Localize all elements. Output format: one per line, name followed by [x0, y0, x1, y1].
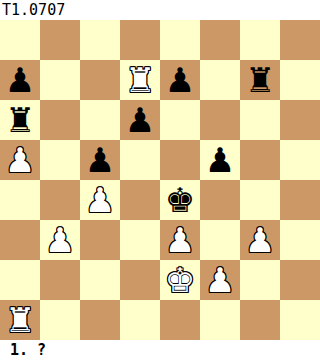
square-g1[interactable]	[240, 300, 280, 340]
square-h4[interactable]	[280, 180, 320, 220]
black-pawn: ♟	[165, 60, 195, 100]
square-e5[interactable]	[160, 140, 200, 180]
square-d3[interactable]	[120, 220, 160, 260]
chess-board: ♟♜♟♜♜♟♟♟♟♟♚♟♟♟♚♟♜	[0, 20, 320, 340]
black-pawn: ♟	[5, 60, 35, 100]
square-c6[interactable]	[80, 100, 120, 140]
square-e8[interactable]	[160, 20, 200, 60]
square-e7[interactable]: ♟	[160, 60, 200, 100]
black-pawn: ♟	[125, 100, 155, 140]
white-rook: ♜	[125, 60, 155, 100]
square-g6[interactable]	[240, 100, 280, 140]
square-c7[interactable]	[80, 60, 120, 100]
square-d1[interactable]	[120, 300, 160, 340]
square-a3[interactable]	[0, 220, 40, 260]
square-h1[interactable]	[280, 300, 320, 340]
square-a4[interactable]	[0, 180, 40, 220]
square-d5[interactable]	[120, 140, 160, 180]
black-rook: ♜	[5, 100, 35, 140]
white-pawn: ♟	[165, 220, 195, 260]
white-pawn: ♟	[85, 180, 115, 220]
square-b3[interactable]: ♟	[40, 220, 80, 260]
square-c2[interactable]	[80, 260, 120, 300]
white-pawn: ♟	[5, 140, 35, 180]
move-prompt: 1. ?	[0, 340, 320, 360]
square-a5[interactable]: ♟	[0, 140, 40, 180]
square-a2[interactable]	[0, 260, 40, 300]
square-d2[interactable]	[120, 260, 160, 300]
square-f5[interactable]: ♟	[200, 140, 240, 180]
square-f1[interactable]	[200, 300, 240, 340]
square-d6[interactable]: ♟	[120, 100, 160, 140]
black-rook: ♜	[245, 60, 275, 100]
square-f8[interactable]	[200, 20, 240, 60]
square-g7[interactable]: ♜	[240, 60, 280, 100]
square-b4[interactable]	[40, 180, 80, 220]
square-h3[interactable]	[280, 220, 320, 260]
square-a1[interactable]: ♜	[0, 300, 40, 340]
square-a8[interactable]	[0, 20, 40, 60]
square-d8[interactable]	[120, 20, 160, 60]
square-e6[interactable]	[160, 100, 200, 140]
square-b5[interactable]	[40, 140, 80, 180]
square-c3[interactable]	[80, 220, 120, 260]
square-b2[interactable]	[40, 260, 80, 300]
white-pawn: ♟	[205, 260, 235, 300]
black-pawn: ♟	[85, 140, 115, 180]
square-h2[interactable]	[280, 260, 320, 300]
square-c1[interactable]	[80, 300, 120, 340]
black-king: ♚	[165, 180, 195, 220]
square-h6[interactable]	[280, 100, 320, 140]
square-b6[interactable]	[40, 100, 80, 140]
square-e1[interactable]	[160, 300, 200, 340]
white-rook: ♜	[5, 300, 35, 340]
square-a7[interactable]: ♟	[0, 60, 40, 100]
square-g5[interactable]	[240, 140, 280, 180]
square-d4[interactable]	[120, 180, 160, 220]
square-f7[interactable]	[200, 60, 240, 100]
square-c5[interactable]: ♟	[80, 140, 120, 180]
square-h5[interactable]	[280, 140, 320, 180]
square-g3[interactable]: ♟	[240, 220, 280, 260]
puzzle-id: T1.0707	[0, 0, 320, 20]
square-e2[interactable]: ♚	[160, 260, 200, 300]
square-g4[interactable]	[240, 180, 280, 220]
square-d7[interactable]: ♜	[120, 60, 160, 100]
square-f2[interactable]: ♟	[200, 260, 240, 300]
square-f6[interactable]	[200, 100, 240, 140]
square-f3[interactable]	[200, 220, 240, 260]
square-e3[interactable]: ♟	[160, 220, 200, 260]
square-g2[interactable]	[240, 260, 280, 300]
square-h7[interactable]	[280, 60, 320, 100]
white-pawn: ♟	[45, 220, 75, 260]
square-b8[interactable]	[40, 20, 80, 60]
square-a6[interactable]: ♜	[0, 100, 40, 140]
white-pawn: ♟	[245, 220, 275, 260]
square-g8[interactable]	[240, 20, 280, 60]
black-pawn: ♟	[205, 140, 235, 180]
square-f4[interactable]	[200, 180, 240, 220]
square-e4[interactable]: ♚	[160, 180, 200, 220]
square-b7[interactable]	[40, 60, 80, 100]
white-king: ♚	[165, 260, 195, 300]
square-h8[interactable]	[280, 20, 320, 60]
square-c4[interactable]: ♟	[80, 180, 120, 220]
square-b1[interactable]	[40, 300, 80, 340]
square-c8[interactable]	[80, 20, 120, 60]
